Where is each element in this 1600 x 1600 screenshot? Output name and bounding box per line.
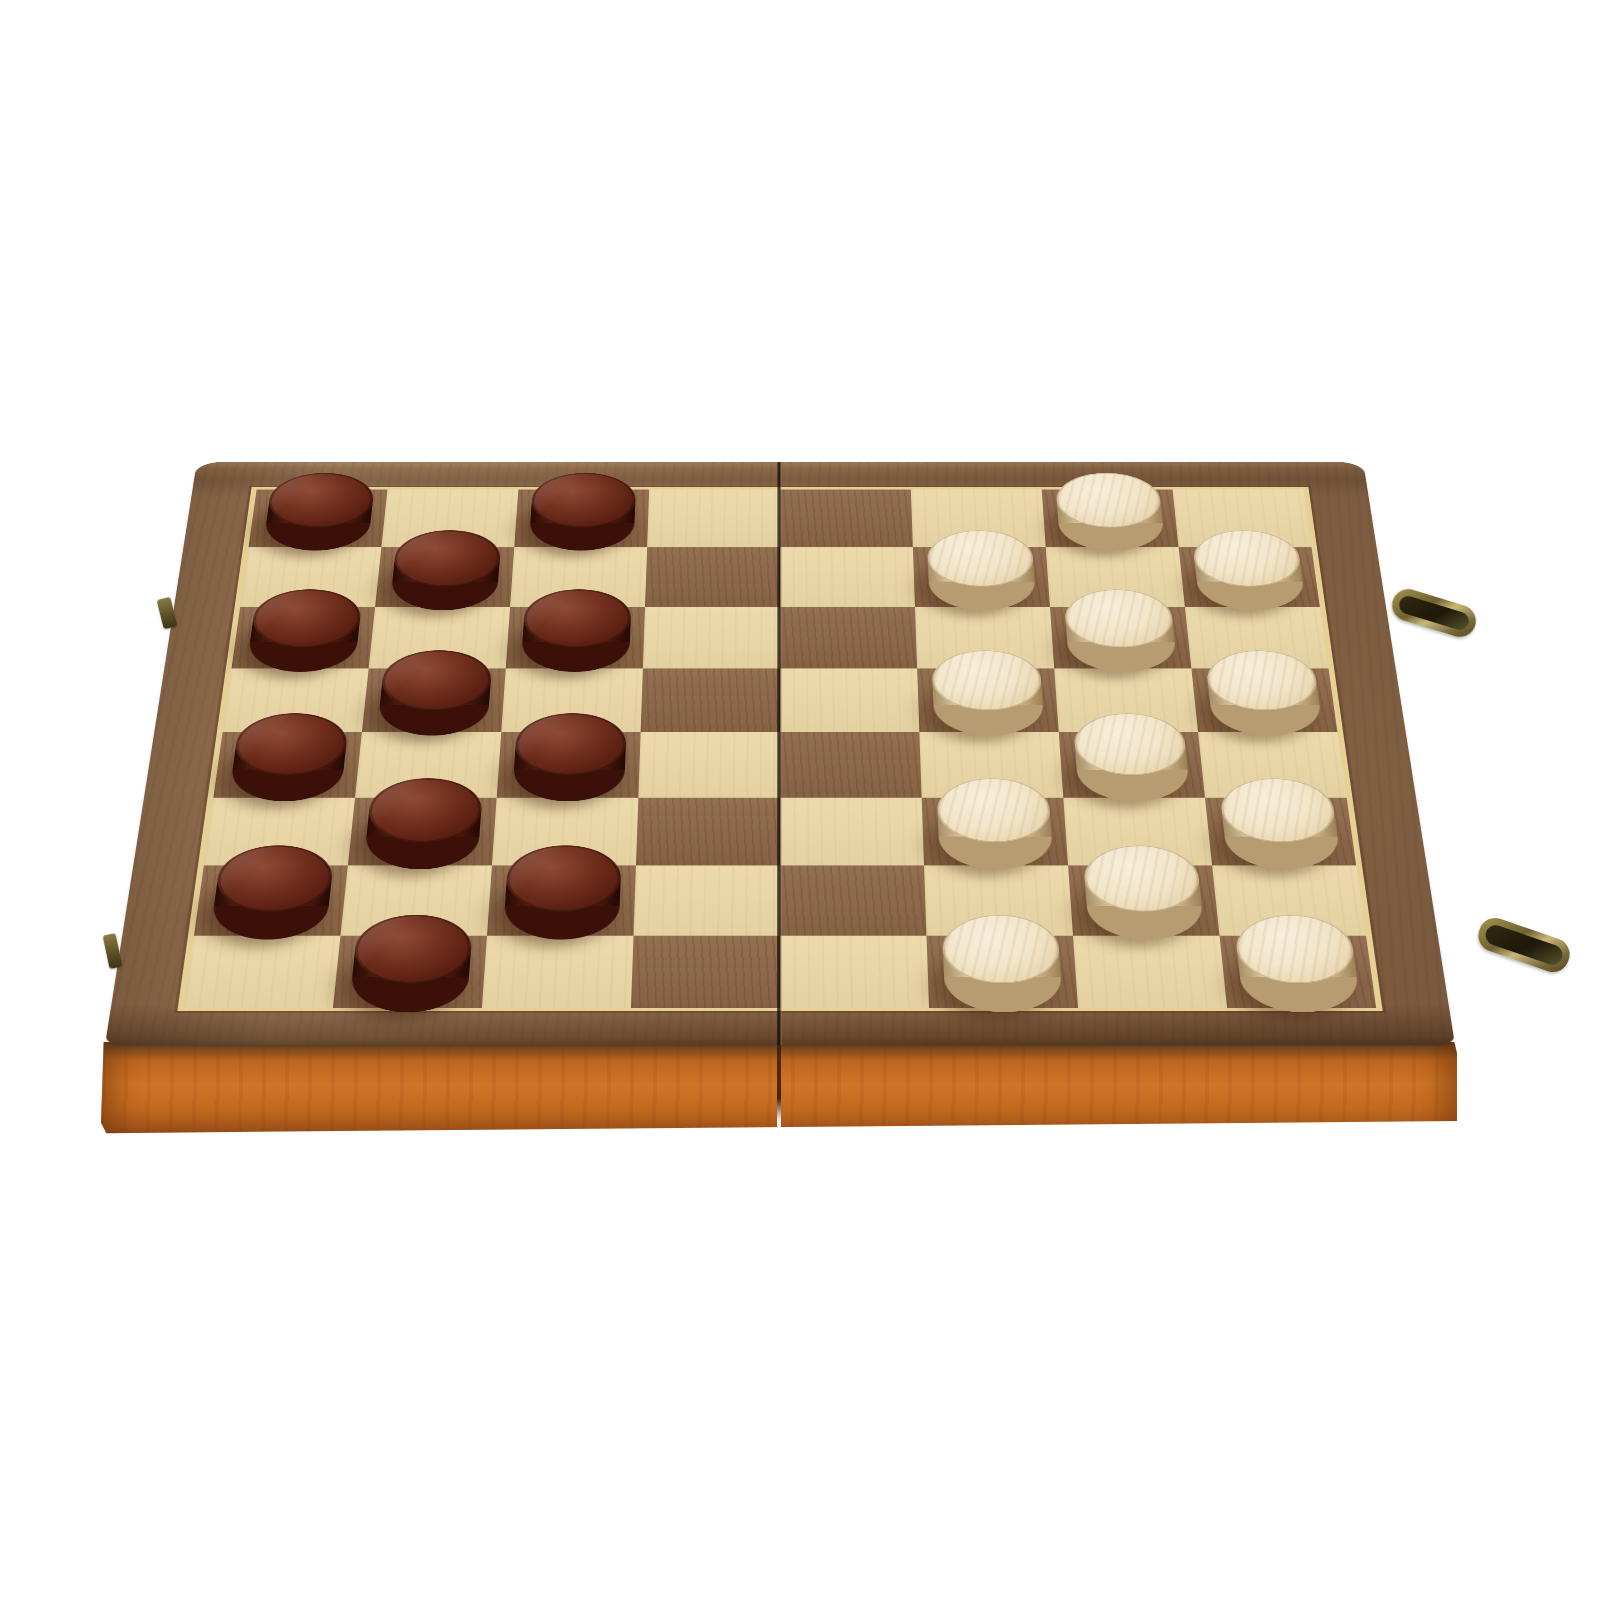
light-checker-f4 bbox=[931, 650, 1044, 735]
dark-checker-a5 bbox=[228, 713, 349, 801]
square-c5 bbox=[497, 732, 641, 798]
square-d5 bbox=[638, 732, 780, 798]
square-c1 bbox=[514, 490, 649, 548]
square-d4 bbox=[641, 668, 780, 732]
box-side-apron bbox=[101, 1042, 1457, 1136]
square-c3 bbox=[506, 607, 645, 669]
light-checker-h6 bbox=[1218, 778, 1342, 869]
square-a3 bbox=[231, 607, 375, 669]
light-checker-h8 bbox=[1233, 915, 1361, 1012]
square-c7 bbox=[487, 865, 636, 935]
square-e3 bbox=[780, 607, 917, 669]
dark-checker-b6 bbox=[363, 778, 483, 869]
dark-checker-b4 bbox=[376, 650, 492, 735]
square-a7 bbox=[194, 865, 348, 935]
square-f4 bbox=[917, 668, 1059, 732]
dark-checker-a1 bbox=[262, 473, 375, 551]
square-e1 bbox=[780, 490, 913, 548]
dark-checker-c3 bbox=[520, 589, 632, 672]
square-d2 bbox=[645, 547, 780, 607]
square-d1 bbox=[647, 490, 780, 548]
checkers-product-photo bbox=[0, 0, 1600, 1600]
light-checker-g5 bbox=[1072, 713, 1190, 801]
square-d6 bbox=[636, 798, 780, 866]
square-g8 bbox=[1073, 936, 1227, 1009]
light-checker-h4 bbox=[1204, 650, 1323, 735]
square-e6 bbox=[780, 798, 924, 866]
square-h4 bbox=[1191, 668, 1337, 732]
light-checker-f8 bbox=[941, 915, 1063, 1012]
light-checker-f2 bbox=[926, 530, 1036, 610]
square-f2 bbox=[913, 547, 1050, 607]
square-b4 bbox=[362, 668, 506, 732]
square-e5 bbox=[780, 732, 922, 798]
light-checker-h2 bbox=[1191, 530, 1306, 610]
square-b8 bbox=[333, 936, 487, 1009]
square-e7 bbox=[780, 865, 927, 935]
dark-checker-c5 bbox=[511, 713, 626, 801]
square-g3 bbox=[1050, 607, 1191, 669]
square-g5 bbox=[1059, 732, 1205, 798]
square-b6 bbox=[348, 798, 497, 866]
square-e8 bbox=[780, 936, 929, 1009]
brass-clasp-lower bbox=[1474, 914, 1574, 977]
square-d7 bbox=[633, 865, 780, 935]
dark-checker-b8 bbox=[348, 915, 473, 1012]
square-e4 bbox=[780, 668, 919, 732]
fold-seam-top bbox=[777, 462, 782, 1045]
square-g7 bbox=[1068, 865, 1219, 935]
square-f8 bbox=[927, 936, 1079, 1009]
light-checker-f6 bbox=[936, 778, 1053, 869]
square-a8 bbox=[184, 936, 341, 1009]
light-checker-g1 bbox=[1054, 473, 1165, 551]
square-h6 bbox=[1205, 798, 1356, 866]
dark-checker-a3 bbox=[245, 589, 362, 672]
square-a1 bbox=[248, 490, 387, 548]
dark-checker-c7 bbox=[502, 845, 621, 939]
fold-seam-side bbox=[777, 1042, 781, 1136]
dark-checker-c1 bbox=[528, 473, 636, 551]
dark-checker-a7 bbox=[209, 845, 335, 939]
square-d3 bbox=[643, 607, 780, 669]
square-h2 bbox=[1179, 547, 1320, 607]
square-f6 bbox=[922, 798, 1068, 866]
square-e2 bbox=[780, 547, 915, 607]
square-a5 bbox=[213, 732, 362, 798]
brass-clasp-upper bbox=[1388, 585, 1480, 641]
square-h8 bbox=[1220, 936, 1377, 1009]
checkers-board bbox=[105, 462, 1455, 1045]
dark-checker-b2 bbox=[389, 530, 502, 610]
light-checker-g3 bbox=[1063, 589, 1177, 672]
square-g1 bbox=[1042, 490, 1179, 548]
square-c8 bbox=[482, 936, 634, 1009]
square-d8 bbox=[631, 936, 780, 1009]
light-checker-g7 bbox=[1082, 845, 1205, 939]
square-b2 bbox=[375, 547, 514, 607]
